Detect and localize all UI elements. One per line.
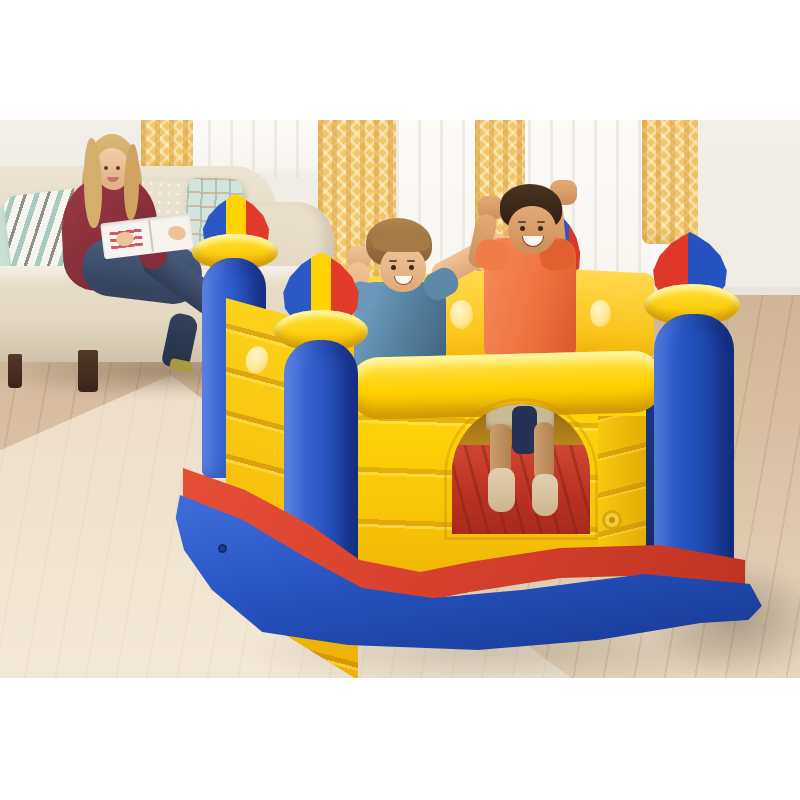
tower-column-front-right	[654, 314, 734, 584]
brow	[407, 260, 415, 262]
child-sock	[532, 474, 558, 516]
child-face	[508, 206, 556, 254]
child-hair-fringe	[372, 230, 430, 252]
sofa-leg	[8, 354, 22, 388]
screenshot-canvas	[0, 0, 800, 800]
eye	[104, 166, 108, 170]
port-hole	[590, 300, 611, 327]
brow	[518, 221, 526, 223]
sofa-leg	[78, 350, 98, 392]
child-sock	[488, 468, 515, 512]
curtain-panel-right	[642, 120, 698, 244]
curtain-panel-far-left	[141, 120, 193, 172]
eye	[116, 166, 120, 170]
magazine-spine	[148, 220, 154, 252]
smile	[107, 177, 119, 182]
child-leg	[534, 422, 554, 482]
product-photo	[0, 120, 800, 678]
smile	[394, 276, 413, 285]
child-face	[380, 246, 426, 292]
arched-doorway	[452, 404, 590, 534]
base-air-valve	[218, 544, 227, 553]
port-hole	[450, 300, 473, 329]
eye	[409, 265, 414, 270]
air-valve	[602, 510, 622, 530]
eye	[391, 265, 396, 270]
brow	[389, 260, 397, 262]
eye	[520, 226, 525, 231]
interior-red-floor	[452, 445, 590, 534]
smile	[522, 236, 544, 247]
woman-hair-strand	[124, 144, 139, 220]
brow	[537, 221, 545, 223]
eye	[538, 226, 543, 231]
